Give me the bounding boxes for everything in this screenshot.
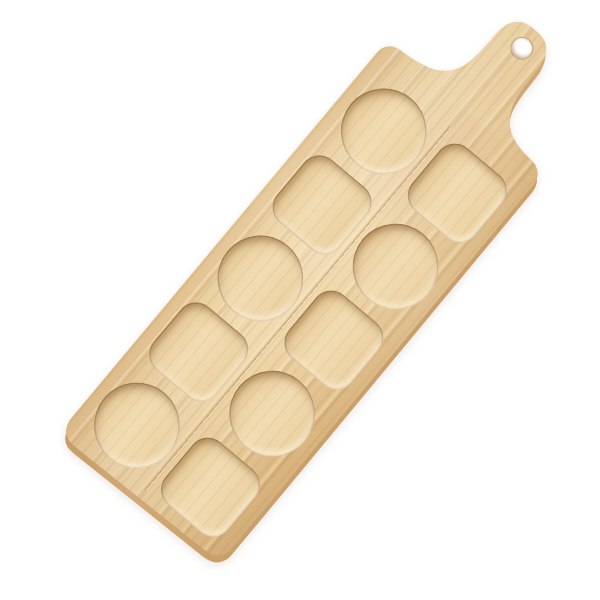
board-shadow-wrap [0, 0, 600, 600]
board-face [55, 0, 600, 570]
photo-background [0, 0, 600, 600]
wooden-serving-board [55, 0, 600, 570]
